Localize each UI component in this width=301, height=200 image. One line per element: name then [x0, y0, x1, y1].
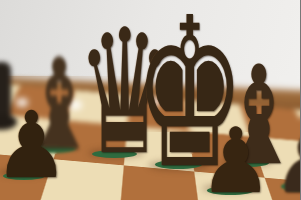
chess-photo-scene: ♝ ♛ ♚ ♝ ♟ ♟ ♟ — [0, 0, 300, 200]
black-pawn-g7: ♟ — [272, 108, 301, 200]
black-pawn-f7: ♟ — [199, 116, 260, 200]
black-pawn-c7: ♟ — [0, 100, 54, 192]
